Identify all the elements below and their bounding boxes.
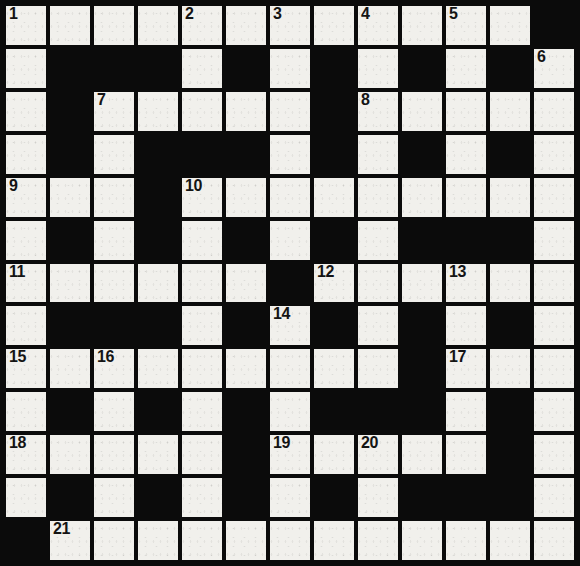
white-cell[interactable] bbox=[446, 521, 486, 560]
white-cell[interactable]: 5 bbox=[446, 6, 486, 45]
white-cell[interactable] bbox=[270, 178, 310, 217]
clue-number: 16 bbox=[97, 349, 114, 366]
black-cell bbox=[402, 221, 442, 260]
white-cell[interactable]: 15 bbox=[6, 349, 46, 388]
white-cell[interactable] bbox=[534, 521, 574, 560]
black-cell bbox=[226, 221, 266, 260]
black-cell bbox=[138, 306, 178, 345]
black-cell bbox=[138, 392, 178, 431]
white-cell[interactable] bbox=[534, 92, 574, 131]
black-cell bbox=[270, 264, 310, 303]
clue-number: 7 bbox=[97, 92, 105, 109]
clue-number: 5 bbox=[449, 6, 457, 23]
white-cell[interactable] bbox=[534, 478, 574, 517]
black-cell bbox=[138, 178, 178, 217]
white-cell[interactable] bbox=[314, 349, 354, 388]
black-cell bbox=[314, 221, 354, 260]
white-cell[interactable] bbox=[6, 221, 46, 260]
black-cell bbox=[490, 435, 530, 474]
black-cell bbox=[314, 92, 354, 131]
white-cell[interactable] bbox=[182, 306, 222, 345]
white-cell[interactable] bbox=[226, 178, 266, 217]
black-cell bbox=[490, 49, 530, 88]
white-cell[interactable] bbox=[534, 435, 574, 474]
black-cell bbox=[446, 221, 486, 260]
white-cell[interactable] bbox=[6, 306, 46, 345]
white-cell[interactable] bbox=[6, 49, 46, 88]
black-cell bbox=[534, 6, 574, 45]
black-cell bbox=[94, 49, 134, 88]
clue-number: 20 bbox=[361, 435, 378, 452]
white-cell[interactable] bbox=[534, 178, 574, 217]
white-cell[interactable] bbox=[534, 349, 574, 388]
white-cell[interactable] bbox=[446, 306, 486, 345]
white-cell[interactable]: 12 bbox=[314, 264, 354, 303]
white-cell[interactable]: 17 bbox=[446, 349, 486, 388]
black-cell bbox=[314, 306, 354, 345]
white-cell[interactable] bbox=[534, 221, 574, 260]
white-cell[interactable] bbox=[6, 135, 46, 174]
white-cell[interactable]: 14 bbox=[270, 306, 310, 345]
white-cell[interactable] bbox=[182, 49, 222, 88]
crossword-puzzle: 123456789101112131415161718192021 bbox=[0, 0, 580, 566]
black-cell bbox=[138, 135, 178, 174]
clue-number: 3 bbox=[273, 6, 281, 23]
white-cell[interactable] bbox=[6, 92, 46, 131]
white-cell[interactable]: 7 bbox=[94, 92, 134, 131]
black-cell bbox=[138, 49, 178, 88]
white-cell[interactable] bbox=[402, 92, 442, 131]
black-cell bbox=[50, 92, 90, 131]
black-cell bbox=[402, 49, 442, 88]
white-cell[interactable] bbox=[490, 92, 530, 131]
clue-number: 2 bbox=[185, 6, 193, 23]
clue-number: 11 bbox=[9, 264, 25, 281]
white-cell[interactable] bbox=[490, 264, 530, 303]
white-cell[interactable] bbox=[402, 435, 442, 474]
white-cell[interactable] bbox=[182, 264, 222, 303]
clue-number: 21 bbox=[53, 521, 70, 538]
white-cell[interactable] bbox=[226, 264, 266, 303]
white-cell[interactable] bbox=[534, 306, 574, 345]
white-cell[interactable] bbox=[226, 521, 266, 560]
white-cell[interactable] bbox=[94, 264, 134, 303]
white-cell[interactable]: 6 bbox=[534, 49, 574, 88]
white-cell[interactable] bbox=[138, 6, 178, 45]
clue-number: 4 bbox=[361, 6, 369, 23]
black-cell bbox=[50, 478, 90, 517]
white-cell[interactable] bbox=[490, 349, 530, 388]
white-cell[interactable] bbox=[446, 392, 486, 431]
black-cell bbox=[226, 49, 266, 88]
white-cell[interactable] bbox=[94, 6, 134, 45]
white-cell[interactable] bbox=[94, 221, 134, 260]
white-cell[interactable] bbox=[138, 521, 178, 560]
white-cell[interactable]: 18 bbox=[6, 435, 46, 474]
white-cell[interactable] bbox=[358, 349, 398, 388]
white-cell[interactable] bbox=[446, 49, 486, 88]
black-cell bbox=[402, 392, 442, 431]
white-cell[interactable] bbox=[358, 135, 398, 174]
black-cell bbox=[138, 478, 178, 517]
black-cell bbox=[490, 135, 530, 174]
black-cell bbox=[182, 135, 222, 174]
crossword-grid: 123456789101112131415161718192021 bbox=[0, 0, 580, 566]
white-cell[interactable] bbox=[446, 135, 486, 174]
clue-number: 19 bbox=[273, 435, 290, 452]
white-cell[interactable] bbox=[6, 478, 46, 517]
white-cell[interactable] bbox=[226, 349, 266, 388]
black-cell bbox=[490, 221, 530, 260]
white-cell[interactable] bbox=[490, 178, 530, 217]
clue-number: 18 bbox=[9, 435, 26, 452]
white-cell[interactable] bbox=[138, 349, 178, 388]
white-cell[interactable] bbox=[314, 178, 354, 217]
white-cell[interactable]: 3 bbox=[270, 6, 310, 45]
white-cell[interactable] bbox=[358, 49, 398, 88]
black-cell bbox=[138, 221, 178, 260]
white-cell[interactable] bbox=[358, 521, 398, 560]
white-cell[interactable] bbox=[314, 6, 354, 45]
white-cell[interactable] bbox=[270, 135, 310, 174]
black-cell bbox=[402, 478, 442, 517]
white-cell[interactable] bbox=[314, 435, 354, 474]
black-cell bbox=[490, 392, 530, 431]
white-cell[interactable] bbox=[314, 521, 354, 560]
white-cell[interactable] bbox=[182, 521, 222, 560]
white-cell[interactable] bbox=[490, 6, 530, 45]
white-cell[interactable] bbox=[138, 92, 178, 131]
black-cell bbox=[314, 478, 354, 517]
white-cell[interactable] bbox=[358, 178, 398, 217]
black-cell bbox=[94, 306, 134, 345]
white-cell[interactable]: 10 bbox=[182, 178, 222, 217]
clue-number: 13 bbox=[449, 264, 466, 281]
black-cell bbox=[446, 478, 486, 517]
white-cell[interactable] bbox=[94, 135, 134, 174]
white-cell[interactable]: 13 bbox=[446, 264, 486, 303]
black-cell bbox=[402, 306, 442, 345]
black-cell bbox=[226, 135, 266, 174]
black-cell bbox=[226, 392, 266, 431]
black-cell bbox=[314, 49, 354, 88]
white-cell[interactable] bbox=[534, 392, 574, 431]
clue-number: 17 bbox=[449, 349, 466, 366]
black-cell bbox=[358, 392, 398, 431]
black-cell bbox=[50, 135, 90, 174]
clue-number: 1 bbox=[9, 6, 17, 23]
white-cell[interactable] bbox=[534, 135, 574, 174]
white-cell[interactable] bbox=[94, 435, 134, 474]
black-cell bbox=[226, 478, 266, 517]
black-cell bbox=[402, 349, 442, 388]
white-cell[interactable]: 20 bbox=[358, 435, 398, 474]
white-cell[interactable]: 4 bbox=[358, 6, 398, 45]
white-cell[interactable] bbox=[138, 264, 178, 303]
black-cell bbox=[50, 306, 90, 345]
white-cell[interactable] bbox=[270, 49, 310, 88]
white-cell[interactable] bbox=[358, 264, 398, 303]
white-cell[interactable] bbox=[358, 306, 398, 345]
white-cell[interactable]: 21 bbox=[50, 521, 90, 560]
white-cell[interactable] bbox=[358, 478, 398, 517]
white-cell[interactable] bbox=[138, 435, 178, 474]
black-cell bbox=[226, 435, 266, 474]
clue-number: 8 bbox=[361, 92, 369, 109]
white-cell[interactable]: 16 bbox=[94, 349, 134, 388]
white-cell[interactable] bbox=[402, 178, 442, 217]
white-cell[interactable] bbox=[270, 221, 310, 260]
white-cell[interactable] bbox=[94, 392, 134, 431]
clue-number: 12 bbox=[317, 264, 334, 281]
white-cell[interactable]: 19 bbox=[270, 435, 310, 474]
white-cell[interactable] bbox=[446, 92, 486, 131]
white-cell[interactable] bbox=[6, 392, 46, 431]
black-cell bbox=[50, 49, 90, 88]
clue-number: 14 bbox=[273, 306, 290, 323]
black-cell bbox=[6, 521, 46, 560]
white-cell[interactable] bbox=[446, 435, 486, 474]
black-cell bbox=[490, 478, 530, 517]
white-cell[interactable] bbox=[182, 349, 222, 388]
white-cell[interactable] bbox=[50, 349, 90, 388]
white-cell[interactable]: 1 bbox=[6, 6, 46, 45]
white-cell[interactable] bbox=[50, 264, 90, 303]
white-cell[interactable] bbox=[94, 178, 134, 217]
white-cell[interactable] bbox=[358, 221, 398, 260]
black-cell bbox=[490, 306, 530, 345]
white-cell[interactable] bbox=[270, 392, 310, 431]
white-cell[interactable] bbox=[534, 264, 574, 303]
black-cell bbox=[314, 392, 354, 431]
white-cell[interactable] bbox=[94, 478, 134, 517]
white-cell[interactable] bbox=[270, 521, 310, 560]
white-cell[interactable] bbox=[402, 6, 442, 45]
clue-number: 15 bbox=[9, 349, 26, 366]
white-cell[interactable] bbox=[94, 521, 134, 560]
white-cell[interactable] bbox=[182, 221, 222, 260]
black-cell bbox=[50, 221, 90, 260]
white-cell[interactable] bbox=[182, 435, 222, 474]
white-cell[interactable] bbox=[270, 349, 310, 388]
white-cell[interactable] bbox=[182, 478, 222, 517]
white-cell[interactable] bbox=[50, 178, 90, 217]
clue-number: 10 bbox=[185, 178, 202, 195]
white-cell[interactable] bbox=[50, 435, 90, 474]
white-cell[interactable] bbox=[270, 92, 310, 131]
clue-number: 9 bbox=[9, 178, 17, 195]
white-cell[interactable] bbox=[270, 478, 310, 517]
white-cell[interactable] bbox=[490, 521, 530, 560]
clue-number: 6 bbox=[537, 49, 545, 66]
black-cell bbox=[314, 135, 354, 174]
white-cell[interactable] bbox=[402, 264, 442, 303]
black-cell bbox=[226, 306, 266, 345]
white-cell[interactable]: 2 bbox=[182, 6, 222, 45]
white-cell[interactable] bbox=[402, 521, 442, 560]
white-cell[interactable] bbox=[446, 178, 486, 217]
white-cell[interactable]: 8 bbox=[358, 92, 398, 131]
white-cell[interactable] bbox=[226, 6, 266, 45]
black-cell bbox=[402, 135, 442, 174]
white-cell[interactable] bbox=[50, 6, 90, 45]
white-cell[interactable] bbox=[226, 92, 266, 131]
white-cell[interactable] bbox=[182, 392, 222, 431]
black-cell bbox=[50, 392, 90, 431]
white-cell[interactable] bbox=[182, 92, 222, 131]
white-cell[interactable]: 9 bbox=[6, 178, 46, 217]
white-cell[interactable]: 11 bbox=[6, 264, 46, 303]
